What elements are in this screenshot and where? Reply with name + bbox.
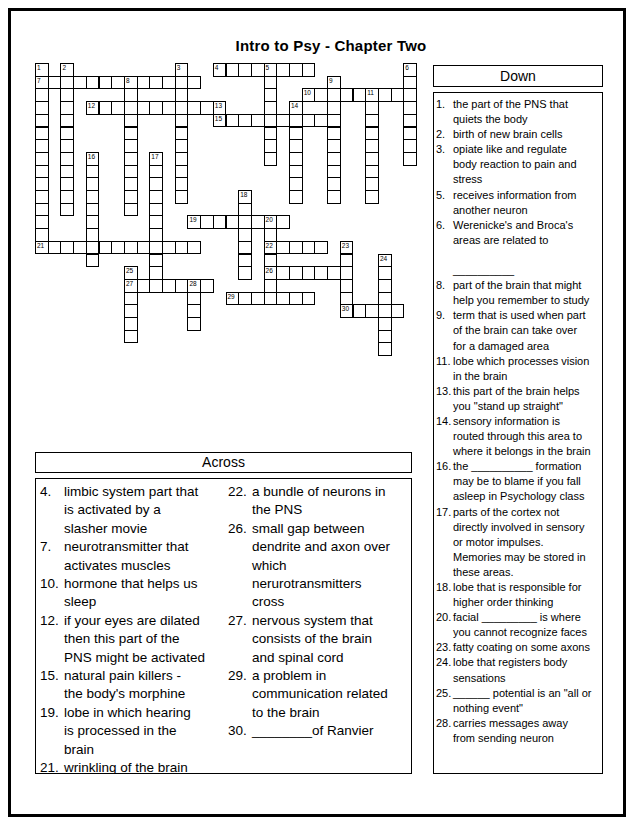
clue-item: 14.sensory information is routed through… bbox=[436, 414, 601, 459]
grid-cell[interactable] bbox=[314, 241, 328, 255]
grid-cell[interactable] bbox=[365, 190, 379, 204]
grid-cell[interactable] bbox=[403, 114, 417, 128]
grid-clue-number: 26 bbox=[266, 267, 273, 274]
grid-cell[interactable] bbox=[289, 152, 303, 166]
clue-item: 27.nervous system that consists of the b… bbox=[228, 612, 409, 667]
grid-cell[interactable]: 8 bbox=[124, 76, 138, 90]
grid-cell[interactable]: 13 bbox=[213, 101, 227, 115]
clue-item-text: a problem in communication related to th… bbox=[252, 667, 388, 722]
grid-cell[interactable] bbox=[86, 228, 100, 242]
grid-cell[interactable] bbox=[340, 88, 354, 102]
grid-cell[interactable] bbox=[86, 190, 100, 204]
grid-cell[interactable] bbox=[226, 215, 240, 229]
clue-item-number: 19. bbox=[40, 704, 64, 759]
grid-cell[interactable] bbox=[175, 165, 189, 179]
grid-cell[interactable] bbox=[276, 215, 290, 229]
grid-cell[interactable] bbox=[162, 76, 176, 90]
grid-cell[interactable] bbox=[251, 292, 265, 306]
grid-cell[interactable]: 20 bbox=[264, 215, 278, 229]
clue-item: 5.receives information from another neur… bbox=[436, 188, 601, 218]
grid-cell[interactable] bbox=[60, 241, 74, 255]
grid-cell[interactable] bbox=[149, 76, 163, 90]
grid-cell[interactable] bbox=[353, 88, 367, 102]
grid-cell[interactable] bbox=[35, 203, 49, 217]
grid-cell[interactable] bbox=[327, 127, 341, 141]
grid-cell[interactable] bbox=[124, 304, 138, 318]
grid-cell[interactable]: 16 bbox=[86, 152, 100, 166]
grid-cell[interactable] bbox=[124, 241, 138, 255]
grid-cell[interactable] bbox=[403, 139, 417, 153]
clue-item: 28.carries messages away from sending ne… bbox=[436, 716, 601, 746]
grid-cell[interactable] bbox=[137, 76, 151, 90]
clue-item: 11.lobe which processes vision in the br… bbox=[436, 354, 601, 384]
grid-cell[interactable] bbox=[365, 152, 379, 166]
grid-cell[interactable] bbox=[365, 139, 379, 153]
grid-cell[interactable] bbox=[124, 139, 138, 153]
grid-clue-number: 30 bbox=[342, 305, 349, 312]
clue-item: 8.part of the brain that might help you … bbox=[436, 278, 601, 308]
grid-cell[interactable] bbox=[60, 152, 74, 166]
clue-item-number: 14. bbox=[436, 414, 453, 459]
grid-cell[interactable] bbox=[340, 266, 354, 280]
clue-item-number: 17. bbox=[436, 505, 453, 580]
grid-cell[interactable]: 5 bbox=[264, 63, 278, 77]
down-title: Down bbox=[500, 68, 536, 84]
clue-item: 16.the __________ formation may be to bl… bbox=[436, 459, 601, 504]
grid-cell[interactable] bbox=[302, 63, 316, 77]
grid-clue-number: 22 bbox=[266, 242, 273, 249]
grid-cell[interactable] bbox=[149, 203, 163, 217]
grid-cell[interactable] bbox=[314, 266, 328, 280]
clue-item-number: 26. bbox=[228, 520, 252, 612]
grid-cell[interactable] bbox=[48, 76, 62, 90]
crossword-grid: 1234567891011121314151617181920212223242… bbox=[35, 63, 418, 357]
grid-cell[interactable] bbox=[200, 279, 214, 293]
clue-item-text: ________of Ranvier bbox=[252, 722, 374, 740]
grid-cell[interactable] bbox=[327, 190, 341, 204]
grid-cell[interactable] bbox=[149, 177, 163, 191]
grid-cell[interactable] bbox=[327, 266, 341, 280]
grid-cell[interactable] bbox=[124, 88, 138, 102]
grid-cell[interactable] bbox=[86, 177, 100, 191]
grid-cell[interactable] bbox=[149, 241, 163, 255]
grid-cell[interactable] bbox=[187, 292, 201, 306]
grid-cell[interactable] bbox=[403, 101, 417, 115]
grid-cell[interactable] bbox=[340, 279, 354, 293]
grid-cell[interactable] bbox=[124, 127, 138, 141]
across-title: Across bbox=[202, 454, 245, 470]
clue-item: 22.a bundle of neurons in the PNS bbox=[228, 483, 409, 520]
grid-cell[interactable] bbox=[353, 304, 367, 318]
grid-cell[interactable] bbox=[264, 139, 278, 153]
grid-cell[interactable] bbox=[238, 292, 252, 306]
clue-item-number: 25. bbox=[436, 686, 453, 716]
grid-cell[interactable] bbox=[264, 279, 278, 293]
grid-cell[interactable] bbox=[175, 88, 189, 102]
grid-cell[interactable] bbox=[264, 292, 278, 306]
grid-cell[interactable] bbox=[187, 317, 201, 331]
grid-cell[interactable]: 10 bbox=[302, 88, 316, 102]
grid-cell[interactable] bbox=[175, 279, 189, 293]
grid-cell[interactable] bbox=[264, 228, 278, 242]
grid-cell[interactable] bbox=[276, 241, 290, 255]
grid-cell[interactable] bbox=[327, 101, 341, 115]
clue-item: 30.________of Ranvier bbox=[228, 722, 409, 740]
grid-cell[interactable]: 21 bbox=[35, 241, 49, 255]
grid-clue-number: 14 bbox=[291, 102, 298, 109]
grid-clue-number: 19 bbox=[189, 216, 196, 223]
grid-clue-number: 27 bbox=[126, 280, 133, 287]
grid-cell[interactable] bbox=[35, 114, 49, 128]
grid-cell[interactable] bbox=[403, 152, 417, 166]
grid-cell[interactable] bbox=[162, 101, 176, 115]
grid-cell[interactable] bbox=[73, 241, 87, 255]
clue-item-text: facial _________ is where you cannot rec… bbox=[453, 610, 587, 640]
grid-cell[interactable] bbox=[137, 241, 151, 255]
clue-item-text: the part of the PNS that quiets the body bbox=[453, 97, 568, 127]
grid-cell[interactable]: 25 bbox=[124, 266, 138, 280]
grid-clue-number: 15 bbox=[215, 115, 222, 122]
grid-clue-number: 29 bbox=[228, 293, 235, 300]
grid-cell[interactable] bbox=[365, 177, 379, 191]
grid-cell[interactable] bbox=[86, 254, 100, 268]
grid-cell[interactable] bbox=[238, 254, 252, 268]
grid-cell[interactable] bbox=[302, 241, 316, 255]
clue-item-number: 13. bbox=[436, 384, 453, 414]
grid-cell[interactable] bbox=[264, 76, 278, 90]
grid-cell[interactable] bbox=[149, 165, 163, 179]
grid-cell[interactable] bbox=[99, 101, 113, 115]
grid-cell[interactable] bbox=[238, 63, 252, 77]
grid-clue-number: 13 bbox=[215, 102, 222, 109]
grid-cell[interactable] bbox=[289, 165, 303, 179]
grid-cell[interactable] bbox=[238, 203, 252, 217]
grid-cell[interactable]: 27 bbox=[124, 279, 138, 293]
grid-cell[interactable]: 6 bbox=[403, 63, 417, 77]
clue-item-number: 23. bbox=[436, 640, 453, 655]
grid-cell[interactable]: 18 bbox=[238, 190, 252, 204]
grid-clue-number: 2 bbox=[62, 64, 66, 71]
grid-cell[interactable] bbox=[124, 317, 138, 331]
clue-item-text: neurotransmitter that activates muscles bbox=[64, 538, 189, 575]
grid-cell[interactable] bbox=[60, 101, 74, 115]
grid-cell[interactable] bbox=[137, 101, 151, 115]
grid-cell[interactable] bbox=[111, 101, 125, 115]
grid-cell[interactable] bbox=[289, 292, 303, 306]
grid-cell[interactable] bbox=[365, 304, 379, 318]
grid-cell[interactable]: 22 bbox=[264, 241, 278, 255]
grid-cell[interactable] bbox=[35, 215, 49, 229]
down-clue-list: 1.the part of the PNS that quiets the bo… bbox=[433, 92, 603, 774]
grid-cell[interactable] bbox=[162, 279, 176, 293]
grid-cell[interactable] bbox=[86, 203, 100, 217]
grid-cell[interactable] bbox=[200, 215, 214, 229]
grid-cell[interactable] bbox=[289, 177, 303, 191]
grid-cell[interactable] bbox=[149, 266, 163, 280]
grid-cell[interactable] bbox=[60, 203, 74, 217]
clue-item-number: 24. bbox=[436, 655, 453, 685]
grid-cell[interactable] bbox=[238, 114, 252, 128]
grid-cell[interactable] bbox=[327, 139, 341, 153]
grid-cell[interactable] bbox=[175, 190, 189, 204]
grid-cell[interactable]: 29 bbox=[226, 292, 240, 306]
clue-item: 26.small gap between dendrite and axon o… bbox=[228, 520, 409, 612]
grid-cell[interactable] bbox=[175, 114, 189, 128]
grid-cell[interactable] bbox=[35, 228, 49, 242]
grid-cell[interactable] bbox=[327, 152, 341, 166]
grid-cell[interactable] bbox=[99, 241, 113, 255]
clue-item-text: hormone that helps us sleep bbox=[64, 575, 198, 612]
grid-cell[interactable] bbox=[35, 139, 49, 153]
clue-item-text: parts of the cortex not directly involve… bbox=[453, 505, 586, 580]
grid-cell[interactable] bbox=[314, 114, 328, 128]
grid-cell[interactable] bbox=[251, 114, 265, 128]
grid-cell[interactable] bbox=[264, 152, 278, 166]
grid-cell[interactable] bbox=[264, 101, 278, 115]
grid-cell[interactable] bbox=[175, 241, 189, 255]
grid-cell[interactable] bbox=[35, 190, 49, 204]
grid-cell[interactable] bbox=[251, 215, 265, 229]
grid-clue-number: 23 bbox=[342, 242, 349, 249]
grid-cell[interactable]: 9 bbox=[327, 76, 341, 90]
grid-cell[interactable] bbox=[365, 114, 379, 128]
grid-cell[interactable] bbox=[60, 190, 74, 204]
grid-cell[interactable] bbox=[35, 165, 49, 179]
clue-item-number: 2. bbox=[436, 127, 453, 142]
grid-cell[interactable] bbox=[365, 165, 379, 179]
grid-cell[interactable] bbox=[276, 63, 290, 77]
grid-cell[interactable] bbox=[187, 304, 201, 318]
grid-cell[interactable] bbox=[289, 114, 303, 128]
grid-cell[interactable] bbox=[391, 304, 405, 318]
grid-cell[interactable] bbox=[403, 88, 417, 102]
clue-item-text: lobe in which hearing is processed in th… bbox=[64, 704, 191, 759]
grid-cell[interactable] bbox=[149, 101, 163, 115]
grid-cell[interactable] bbox=[86, 241, 100, 255]
grid-cell[interactable] bbox=[35, 127, 49, 141]
grid-cell[interactable] bbox=[35, 101, 49, 115]
worksheet-page: Intro to Psy - Chapter Two 1234567891011… bbox=[0, 0, 640, 828]
clue-item: 4.limbic system part that is activated b… bbox=[40, 483, 223, 538]
clue-item-text: birth of new brain cells bbox=[453, 127, 562, 142]
grid-clue-number: 17 bbox=[151, 153, 158, 160]
clue-item-text: lobe that registers body sensations bbox=[453, 655, 567, 685]
grid-cell[interactable] bbox=[327, 88, 341, 102]
grid-cell[interactable] bbox=[289, 190, 303, 204]
grid-cell[interactable] bbox=[289, 127, 303, 141]
grid-cell[interactable] bbox=[251, 63, 265, 77]
clue-item: 9.term that is used when part of the bra… bbox=[436, 308, 601, 353]
grid-clue-number: 1 bbox=[37, 64, 41, 71]
grid-cell[interactable]: 19 bbox=[187, 215, 201, 229]
grid-cell[interactable] bbox=[60, 177, 74, 191]
grid-cell[interactable] bbox=[175, 139, 189, 153]
grid-cell[interactable] bbox=[124, 292, 138, 306]
clue-item-number: 6. bbox=[436, 218, 453, 278]
grid-cell[interactable] bbox=[60, 88, 74, 102]
grid-cell[interactable]: 24 bbox=[378, 254, 392, 268]
grid-cell[interactable] bbox=[124, 203, 138, 217]
grid-cell[interactable] bbox=[365, 127, 379, 141]
clue-item-text: Werenicke's and Broca's areas are relate… bbox=[453, 218, 573, 278]
grid-cell[interactable] bbox=[111, 241, 125, 255]
grid-clue-number: 18 bbox=[240, 191, 247, 198]
clue-item: 15.natural pain killers - the body's mor… bbox=[40, 667, 223, 704]
grid-cell[interactable] bbox=[60, 165, 74, 179]
grid-clue-number: 3 bbox=[177, 64, 181, 71]
grid-cell[interactable] bbox=[187, 76, 201, 90]
clue-item-text: natural pain killers - the body's morphi… bbox=[64, 667, 185, 704]
across-clue-list-right: 22.a bundle of neurons in the PNS26.smal… bbox=[228, 483, 409, 741]
grid-cell[interactable] bbox=[264, 254, 278, 268]
grid-cell[interactable] bbox=[35, 152, 49, 166]
grid-cell[interactable] bbox=[327, 114, 341, 128]
clue-item-text: ______ potential is an "all or nothing e… bbox=[453, 686, 591, 716]
grid-cell[interactable] bbox=[238, 215, 252, 229]
grid-cell[interactable] bbox=[73, 76, 87, 90]
grid-cell[interactable] bbox=[175, 177, 189, 191]
grid-cell[interactable] bbox=[289, 266, 303, 280]
clue-item-number: 18. bbox=[436, 580, 453, 610]
grid-clue-number: 11 bbox=[367, 89, 374, 96]
grid-cell[interactable] bbox=[213, 215, 227, 229]
grid-cell[interactable] bbox=[302, 114, 316, 128]
grid-cell[interactable] bbox=[378, 330, 392, 344]
grid-cell[interactable] bbox=[378, 279, 392, 293]
grid-cell[interactable] bbox=[124, 165, 138, 179]
grid-cell[interactable] bbox=[226, 114, 240, 128]
grid-cell[interactable] bbox=[378, 317, 392, 331]
grid-cell[interactable] bbox=[175, 127, 189, 141]
grid-cell[interactable] bbox=[264, 114, 278, 128]
grid-cell[interactable]: 28 bbox=[187, 279, 201, 293]
grid-cell[interactable] bbox=[289, 139, 303, 153]
grid-cell[interactable] bbox=[149, 254, 163, 268]
grid-cell[interactable] bbox=[289, 63, 303, 77]
grid-cell[interactable] bbox=[403, 127, 417, 141]
grid-cell[interactable] bbox=[340, 254, 354, 268]
grid-cell[interactable] bbox=[327, 177, 341, 191]
grid-cell[interactable] bbox=[403, 76, 417, 90]
grid-cell[interactable] bbox=[60, 127, 74, 141]
grid-cell[interactable] bbox=[340, 292, 354, 306]
grid-clue-number: 20 bbox=[266, 216, 273, 223]
grid-cell[interactable] bbox=[391, 88, 405, 102]
clue-item-text: this part of the brain helps you "stand … bbox=[453, 384, 580, 414]
grid-cell[interactable]: 14 bbox=[289, 101, 303, 115]
grid-cell[interactable] bbox=[276, 266, 290, 280]
grid-cell[interactable]: 7 bbox=[35, 76, 49, 90]
grid-cell[interactable] bbox=[378, 292, 392, 306]
grid-cell[interactable] bbox=[35, 88, 49, 102]
grid-cell[interactable]: 30 bbox=[340, 304, 354, 318]
grid-cell[interactable] bbox=[124, 114, 138, 128]
grid-cell[interactable] bbox=[86, 215, 100, 229]
grid-cell[interactable]: 2 bbox=[60, 63, 74, 77]
grid-cell[interactable] bbox=[86, 76, 100, 90]
clue-item-number: 29. bbox=[228, 667, 252, 722]
grid-cell[interactable] bbox=[149, 215, 163, 229]
grid-cell[interactable] bbox=[149, 228, 163, 242]
grid-cell[interactable] bbox=[226, 63, 240, 77]
grid-cell[interactable] bbox=[111, 76, 125, 90]
grid-cell[interactable] bbox=[327, 165, 341, 179]
grid-cell[interactable]: 12 bbox=[86, 101, 100, 115]
grid-cell[interactable] bbox=[200, 101, 214, 115]
grid-cell[interactable] bbox=[302, 266, 316, 280]
grid-cell[interactable] bbox=[149, 190, 163, 204]
grid-cell[interactable] bbox=[162, 241, 176, 255]
grid-cell[interactable] bbox=[378, 342, 392, 356]
clue-item-number: 3. bbox=[436, 142, 453, 187]
grid-cell[interactable] bbox=[264, 127, 278, 141]
grid-cell[interactable]: 4 bbox=[213, 63, 227, 77]
clue-item: 2.birth of new brain cells bbox=[436, 127, 601, 142]
clue-item-number: 27. bbox=[228, 612, 252, 667]
grid-cell[interactable] bbox=[137, 279, 151, 293]
grid-cell[interactable] bbox=[124, 330, 138, 344]
grid-cell[interactable] bbox=[124, 177, 138, 191]
clue-item: 1.the part of the PNS that quiets the bo… bbox=[436, 97, 601, 127]
grid-cell[interactable]: 23 bbox=[340, 241, 354, 255]
grid-cell[interactable] bbox=[124, 190, 138, 204]
grid-cell[interactable] bbox=[187, 241, 201, 255]
grid-cell[interactable] bbox=[238, 266, 252, 280]
grid-cell[interactable] bbox=[276, 114, 290, 128]
clue-item-text: limbic system part that is activated by … bbox=[64, 483, 198, 538]
grid-cell[interactable] bbox=[187, 101, 201, 115]
grid-cell[interactable] bbox=[60, 76, 74, 90]
grid-cell[interactable]: 1 bbox=[35, 63, 49, 77]
grid-cell[interactable] bbox=[60, 114, 74, 128]
grid-cell[interactable] bbox=[238, 241, 252, 255]
clue-item-number: 9. bbox=[436, 308, 453, 353]
grid-cell[interactable] bbox=[149, 279, 163, 293]
grid-cell[interactable] bbox=[48, 241, 62, 255]
grid-cell[interactable] bbox=[99, 76, 113, 90]
grid-cell[interactable] bbox=[175, 152, 189, 166]
grid-cell[interactable]: 3 bbox=[175, 63, 189, 77]
grid-cell[interactable] bbox=[35, 177, 49, 191]
grid-cell[interactable] bbox=[175, 101, 189, 115]
grid-cell[interactable] bbox=[124, 101, 138, 115]
clue-item-number: 7. bbox=[40, 538, 64, 575]
grid-cell[interactable] bbox=[378, 304, 392, 318]
clue-item-number: 22. bbox=[228, 483, 252, 520]
grid-cell[interactable] bbox=[124, 152, 138, 166]
grid-cell[interactable] bbox=[378, 266, 392, 280]
grid-cell[interactable] bbox=[264, 88, 278, 102]
grid-cell[interactable]: 11 bbox=[365, 88, 379, 102]
grid-cell[interactable]: 15 bbox=[213, 114, 227, 128]
grid-cell[interactable] bbox=[60, 139, 74, 153]
clue-item: 29.a problem in communication related to… bbox=[228, 667, 409, 722]
grid-cell[interactable] bbox=[238, 228, 252, 242]
clue-item-text: sensory information is routed through th… bbox=[453, 414, 591, 459]
grid-cell[interactable] bbox=[302, 292, 316, 306]
grid-cell[interactable] bbox=[86, 165, 100, 179]
grid-cell[interactable] bbox=[378, 88, 392, 102]
grid-cell[interactable]: 17 bbox=[149, 152, 163, 166]
grid-cell[interactable] bbox=[314, 88, 328, 102]
grid-cell[interactable] bbox=[175, 76, 189, 90]
grid-cell[interactable] bbox=[276, 292, 290, 306]
grid-cell[interactable] bbox=[365, 101, 379, 115]
grid-cell[interactable]: 26 bbox=[264, 266, 278, 280]
clue-item: 20.facial _________ is where you cannot … bbox=[436, 610, 601, 640]
grid-cell[interactable] bbox=[289, 241, 303, 255]
clue-item: 10.hormone that helps us sleep bbox=[40, 575, 223, 612]
